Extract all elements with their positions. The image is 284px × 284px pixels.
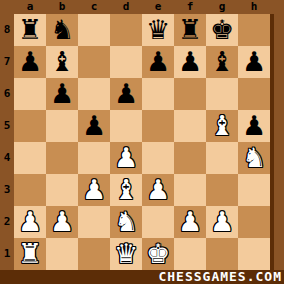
square-d7 (110, 46, 142, 78)
square-e2 (142, 206, 174, 238)
square-e3: ♟ (142, 174, 174, 206)
square-f4 (174, 142, 206, 174)
square-g8: ♚ (206, 14, 238, 46)
rank-label-3: 3 (0, 174, 14, 206)
square-f6 (174, 78, 206, 110)
file-label-e: e (142, 0, 174, 14)
square-g3 (206, 174, 238, 206)
white-bishop: ♝ (114, 174, 138, 206)
black-king: ♚ (210, 14, 234, 46)
white-rook: ♜ (18, 238, 42, 270)
square-a1: ♜ (14, 238, 46, 270)
square-e4 (142, 142, 174, 174)
square-b5 (46, 110, 78, 142)
black-pawn: ♟ (242, 46, 266, 78)
file-label-b: b (46, 0, 78, 14)
square-h8 (238, 14, 270, 46)
square-e6 (142, 78, 174, 110)
square-h7: ♟ (238, 46, 270, 78)
black-rook: ♜ (178, 14, 202, 46)
rank-label-8: 8 (0, 14, 14, 46)
square-e5 (142, 110, 174, 142)
square-d8 (110, 14, 142, 46)
rank-label-5: 5 (0, 110, 14, 142)
rank-label-4: 4 (0, 142, 14, 174)
white-knight: ♞ (242, 142, 266, 174)
file-label-a: a (14, 0, 46, 14)
square-b8: ♞ (46, 14, 78, 46)
square-c3: ♟ (78, 174, 110, 206)
black-pawn: ♟ (146, 46, 170, 78)
white-pawn: ♟ (50, 206, 74, 238)
black-queen: ♛ (146, 14, 170, 46)
square-f8: ♜ (174, 14, 206, 46)
rank-label-6: 6 (0, 78, 14, 110)
chessgames-watermark: CHESSGAMES.COM (158, 270, 282, 284)
square-e8: ♛ (142, 14, 174, 46)
square-f3 (174, 174, 206, 206)
square-g7: ♝ (206, 46, 238, 78)
file-label-g: g (206, 0, 238, 14)
square-b6: ♟ (46, 78, 78, 110)
square-h6 (238, 78, 270, 110)
square-b7: ♝ (46, 46, 78, 78)
square-h3 (238, 174, 270, 206)
file-labels: abcdefgh (14, 0, 270, 14)
square-d5 (110, 110, 142, 142)
black-pawn: ♟ (82, 110, 106, 142)
white-knight: ♞ (114, 206, 138, 238)
square-c8 (78, 14, 110, 46)
square-f2: ♟ (174, 206, 206, 238)
black-bishop: ♝ (50, 46, 74, 78)
rank-label-2: 2 (0, 206, 14, 238)
black-pawn: ♟ (50, 78, 74, 110)
black-pawn: ♟ (178, 46, 202, 78)
file-label-h: h (238, 0, 270, 14)
square-h5: ♟ (238, 110, 270, 142)
black-rook: ♜ (18, 14, 42, 46)
rank-label-7: 7 (0, 46, 14, 78)
black-pawn: ♟ (114, 78, 138, 110)
square-d1: ♛ (110, 238, 142, 270)
square-h1 (238, 238, 270, 270)
black-knight: ♞ (50, 14, 74, 46)
square-a2: ♟ (14, 206, 46, 238)
square-c4 (78, 142, 110, 174)
square-e7: ♟ (142, 46, 174, 78)
square-d3: ♝ (110, 174, 142, 206)
chess-board: ♜♞♛♜♚♟♝♟♟♝♟♟♟♟♝♟♟♞♟♝♟♟♟♞♟♟♜♛♚ (14, 14, 270, 270)
white-queen: ♛ (114, 238, 138, 270)
square-a8: ♜ (14, 14, 46, 46)
square-c2 (78, 206, 110, 238)
square-d6: ♟ (110, 78, 142, 110)
chess-diagram: abcdefgh 87654321 ♜♞♛♜♚♟♝♟♟♝♟♟♟♟♝♟♟♞♟♝♟♟… (0, 0, 284, 284)
square-g4 (206, 142, 238, 174)
square-a4 (14, 142, 46, 174)
square-b1 (46, 238, 78, 270)
white-king: ♚ (146, 238, 170, 270)
square-g2: ♟ (206, 206, 238, 238)
square-a7: ♟ (14, 46, 46, 78)
file-label-c: c (78, 0, 110, 14)
square-f7: ♟ (174, 46, 206, 78)
white-pawn: ♟ (114, 142, 138, 174)
file-label-f: f (174, 0, 206, 14)
white-pawn: ♟ (146, 174, 170, 206)
white-pawn: ♟ (178, 206, 202, 238)
black-pawn: ♟ (18, 46, 42, 78)
black-pawn: ♟ (242, 110, 266, 142)
square-c5: ♟ (78, 110, 110, 142)
square-b3 (46, 174, 78, 206)
square-f1 (174, 238, 206, 270)
square-d2: ♞ (110, 206, 142, 238)
square-a3 (14, 174, 46, 206)
square-b2: ♟ (46, 206, 78, 238)
white-bishop: ♝ (210, 110, 234, 142)
white-pawn: ♟ (82, 174, 106, 206)
square-c6 (78, 78, 110, 110)
square-g6 (206, 78, 238, 110)
square-h4: ♞ (238, 142, 270, 174)
square-h2 (238, 206, 270, 238)
square-e1: ♚ (142, 238, 174, 270)
square-f5 (174, 110, 206, 142)
file-label-d: d (110, 0, 142, 14)
black-bishop: ♝ (210, 46, 234, 78)
square-c7 (78, 46, 110, 78)
rank-label-1: 1 (0, 238, 14, 270)
square-g5: ♝ (206, 110, 238, 142)
white-pawn: ♟ (210, 206, 234, 238)
square-c1 (78, 238, 110, 270)
square-b4 (46, 142, 78, 174)
square-a5 (14, 110, 46, 142)
square-g1 (206, 238, 238, 270)
white-pawn: ♟ (18, 206, 42, 238)
square-d4: ♟ (110, 142, 142, 174)
rank-labels: 87654321 (0, 14, 14, 270)
bottom-bar: CHESSGAMES.COM (0, 270, 284, 284)
square-a6 (14, 78, 46, 110)
board-edge-divider (270, 14, 274, 270)
